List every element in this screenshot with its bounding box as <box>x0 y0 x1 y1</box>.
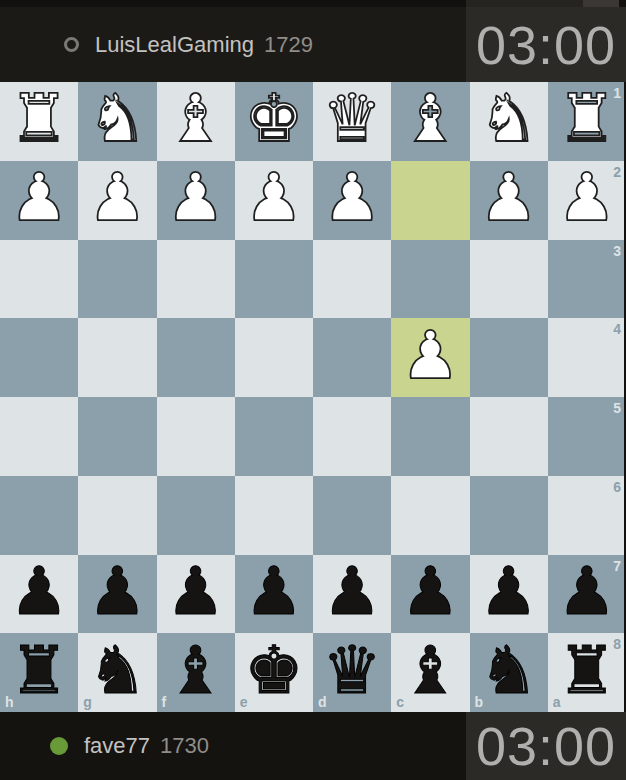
square-c2[interactable] <box>391 161 469 240</box>
white-knight-g1[interactable]: ♞ <box>88 86 147 152</box>
black-pawn-c7[interactable]: ♟ <box>401 559 460 625</box>
top-player-rating: 1729 <box>264 32 313 58</box>
square-a1[interactable]: ♜1 <box>548 82 626 161</box>
white-knight-b1[interactable]: ♞ <box>479 86 538 152</box>
square-g3[interactable] <box>78 240 156 319</box>
white-pawn-a2[interactable]: ♟ <box>557 165 616 231</box>
square-g6[interactable] <box>78 476 156 555</box>
white-pawn-d2[interactable]: ♟ <box>323 165 382 231</box>
square-c1[interactable]: ♝ <box>391 82 469 161</box>
white-pawn-c4[interactable]: ♟ <box>401 323 460 389</box>
square-f8[interactable]: ♝f <box>157 633 235 712</box>
rank-label-5: 5 <box>613 400 621 416</box>
bottom-player-rating: 1730 <box>160 733 209 759</box>
square-h1[interactable]: ♜ <box>0 82 78 161</box>
square-g5[interactable] <box>78 397 156 476</box>
black-pawn-e7[interactable]: ♟ <box>244 559 303 625</box>
square-a8[interactable]: ♜8a <box>548 633 626 712</box>
page-top-edge-segment <box>0 0 466 7</box>
black-knight-g8[interactable]: ♞ <box>88 638 147 704</box>
square-c5[interactable] <box>391 397 469 476</box>
white-pawn-f2[interactable]: ♟ <box>166 165 225 231</box>
square-f6[interactable] <box>157 476 235 555</box>
black-knight-b8[interactable]: ♞ <box>479 638 538 704</box>
square-f7[interactable]: ♟ <box>157 555 235 634</box>
square-c7[interactable]: ♟ <box>391 555 469 634</box>
white-clock: 03:00 <box>466 7 626 82</box>
rank-label-6: 6 <box>613 479 621 495</box>
square-a7[interactable]: ♟7 <box>548 555 626 634</box>
square-h4[interactable] <box>0 318 78 397</box>
bottom-player-name[interactable]: fave77 <box>84 733 150 759</box>
square-b8[interactable]: ♞b <box>470 633 548 712</box>
white-pawn-h2[interactable]: ♟ <box>10 165 69 231</box>
square-e5[interactable] <box>235 397 313 476</box>
page-top-edge-segment <box>466 0 583 7</box>
white-bishop-c1[interactable]: ♝ <box>401 86 460 152</box>
bottom-player-bar: fave77 1730 03:00 <box>0 712 626 780</box>
square-f1[interactable]: ♝ <box>157 82 235 161</box>
page-top-edge-segment <box>583 0 619 7</box>
square-d2[interactable]: ♟ <box>313 161 391 240</box>
square-b6[interactable] <box>470 476 548 555</box>
square-e7[interactable]: ♟ <box>235 555 313 634</box>
black-pawn-h7[interactable]: ♟ <box>10 559 69 625</box>
square-h7[interactable]: ♟ <box>0 555 78 634</box>
square-g2[interactable]: ♟ <box>78 161 156 240</box>
black-pawn-g7[interactable]: ♟ <box>88 559 147 625</box>
rank-label-4: 4 <box>613 321 621 337</box>
square-c3[interactable] <box>391 240 469 319</box>
square-b3[interactable] <box>470 240 548 319</box>
square-c8[interactable]: ♝c <box>391 633 469 712</box>
square-c6[interactable] <box>391 476 469 555</box>
square-b2[interactable]: ♟ <box>470 161 548 240</box>
square-e2[interactable]: ♟ <box>235 161 313 240</box>
square-e8[interactable]: ♚e <box>235 633 313 712</box>
online-status-icon <box>50 737 68 755</box>
square-h3[interactable] <box>0 240 78 319</box>
black-pawn-b7[interactable]: ♟ <box>479 559 538 625</box>
square-e6[interactable] <box>235 476 313 555</box>
square-d4[interactable] <box>313 318 391 397</box>
square-a4[interactable]: 4 <box>548 318 626 397</box>
square-c4[interactable]: ♟ <box>391 318 469 397</box>
white-pawn-g2[interactable]: ♟ <box>88 165 147 231</box>
square-d5[interactable] <box>313 397 391 476</box>
square-a2[interactable]: ♟2 <box>548 161 626 240</box>
black-bishop-f8[interactable]: ♝ <box>166 638 225 704</box>
black-bishop-c8[interactable]: ♝ <box>401 638 460 704</box>
white-bishop-f1[interactable]: ♝ <box>166 86 225 152</box>
square-f3[interactable] <box>157 240 235 319</box>
black-king-e8[interactable]: ♚ <box>244 638 303 704</box>
square-b4[interactable] <box>470 318 548 397</box>
square-g8[interactable]: ♞g <box>78 633 156 712</box>
square-a5[interactable]: 5 <box>548 397 626 476</box>
square-d8[interactable]: ♛d <box>313 633 391 712</box>
black-queen-d8[interactable]: ♛ <box>323 638 382 704</box>
square-g1[interactable]: ♞ <box>78 82 156 161</box>
white-pawn-e2[interactable]: ♟ <box>244 165 303 231</box>
top-player-name[interactable]: LuisLealGaming <box>95 32 254 58</box>
square-d7[interactable]: ♟ <box>313 555 391 634</box>
square-g4[interactable] <box>78 318 156 397</box>
black-rook-h8[interactable]: ♜ <box>10 638 69 704</box>
square-h8[interactable]: ♜h <box>0 633 78 712</box>
page-top-edge-segment <box>619 0 626 7</box>
square-d1[interactable]: ♛ <box>313 82 391 161</box>
square-e3[interactable] <box>235 240 313 319</box>
chess-game-screen: LuisLealGaming 1729 03:00 ♜♞♝♚♛♝♞♜1♟♟♟♟♟… <box>0 0 626 780</box>
chess-board[interactable]: ♜♞♝♚♛♝♞♜1♟♟♟♟♟♟♟23♟456♟♟♟♟♟♟♟♟7♜h♞g♝f♚e♛… <box>0 82 626 712</box>
black-pawn-f7[interactable]: ♟ <box>166 559 225 625</box>
square-f5[interactable] <box>157 397 235 476</box>
square-f2[interactable]: ♟ <box>157 161 235 240</box>
black-clock: 03:00 <box>466 712 626 780</box>
square-a6[interactable]: 6 <box>548 476 626 555</box>
square-e4[interactable] <box>235 318 313 397</box>
square-h6[interactable] <box>0 476 78 555</box>
white-rook-a1[interactable]: ♜ <box>557 86 616 152</box>
black-clock-time: 03:00 <box>476 715 616 777</box>
square-h2[interactable]: ♟ <box>0 161 78 240</box>
top-player-bar: LuisLealGaming 1729 03:00 <box>0 7 626 82</box>
square-a3[interactable]: 3 <box>548 240 626 319</box>
black-pawn-a7[interactable]: ♟ <box>557 559 616 625</box>
black-pawn-d7[interactable]: ♟ <box>323 559 382 625</box>
offline-status-icon <box>64 37 79 52</box>
square-b5[interactable] <box>470 397 548 476</box>
white-pawn-b2[interactable]: ♟ <box>479 165 538 231</box>
square-e1[interactable]: ♚ <box>235 82 313 161</box>
square-d6[interactable] <box>313 476 391 555</box>
square-b7[interactable]: ♟ <box>470 555 548 634</box>
square-b1[interactable]: ♞ <box>470 82 548 161</box>
white-clock-time: 03:00 <box>476 14 616 76</box>
white-queen-d1[interactable]: ♛ <box>323 86 382 152</box>
white-king-e1[interactable]: ♚ <box>244 86 303 152</box>
square-h5[interactable] <box>0 397 78 476</box>
rank-label-3: 3 <box>613 243 621 259</box>
square-f4[interactable] <box>157 318 235 397</box>
white-rook-h1[interactable]: ♜ <box>10 86 69 152</box>
square-g7[interactable]: ♟ <box>78 555 156 634</box>
square-d3[interactable] <box>313 240 391 319</box>
black-rook-a8[interactable]: ♜ <box>557 638 616 704</box>
page-top-edge <box>0 0 626 7</box>
